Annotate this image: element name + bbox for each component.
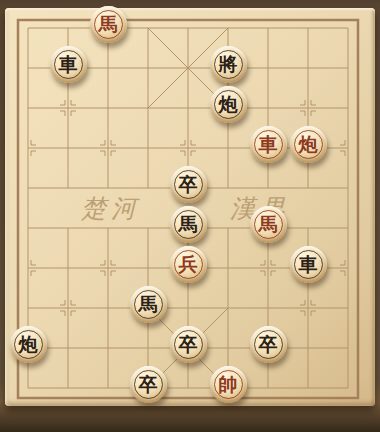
piece-black-chariot[interactable]: 車: [50, 46, 87, 83]
piece-black-soldier[interactable]: 卒: [170, 166, 207, 203]
piece-glyph: 車: [259, 135, 278, 154]
piece-glyph: 卒: [259, 335, 278, 354]
piece-glyph: 帥: [219, 375, 238, 394]
pieces-layer: 馬車將炮車炮卒馬馬兵車馬炮卒卒卒帥: [8, 8, 368, 408]
piece-red-general[interactable]: 帥: [210, 366, 247, 403]
piece-glyph: 將: [219, 55, 238, 74]
piece-glyph: 炮: [219, 95, 238, 114]
piece-black-horse[interactable]: 馬: [170, 206, 207, 243]
piece-red-horse[interactable]: 馬: [90, 6, 127, 43]
piece-glyph: 馬: [259, 215, 278, 234]
piece-black-cannon[interactable]: 炮: [210, 86, 247, 123]
piece-black-soldier[interactable]: 卒: [130, 366, 167, 403]
piece-red-horse[interactable]: 馬: [250, 206, 287, 243]
piece-black-horse[interactable]: 馬: [130, 286, 167, 323]
piece-black-general[interactable]: 將: [210, 46, 247, 83]
piece-red-soldier[interactable]: 兵: [170, 246, 207, 283]
piece-glyph: 馬: [99, 15, 118, 34]
piece-glyph: 卒: [179, 175, 198, 194]
piece-black-soldier[interactable]: 卒: [170, 326, 207, 363]
piece-glyph: 馬: [179, 215, 198, 234]
piece-glyph: 卒: [139, 375, 158, 394]
piece-glyph: 炮: [19, 335, 38, 354]
piece-black-cannon[interactable]: 炮: [10, 326, 47, 363]
piece-glyph: 炮: [299, 135, 318, 154]
piece-black-soldier[interactable]: 卒: [250, 326, 287, 363]
piece-glyph: 兵: [179, 255, 198, 274]
piece-red-chariot[interactable]: 車: [250, 126, 287, 163]
piece-glyph: 卒: [179, 335, 198, 354]
xiangqi-app: 楚河 漢界 馬車將炮車炮卒馬馬兵車馬炮卒卒卒帥: [0, 0, 380, 432]
piece-red-cannon[interactable]: 炮: [290, 126, 327, 163]
piece-glyph: 車: [59, 55, 78, 74]
piece-glyph: 車: [299, 255, 318, 274]
piece-black-chariot[interactable]: 車: [290, 246, 327, 283]
piece-glyph: 馬: [139, 295, 158, 314]
